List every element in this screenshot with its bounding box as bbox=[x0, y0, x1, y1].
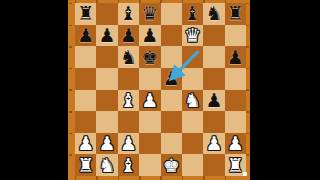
square-b6[interactable] bbox=[96, 46, 117, 68]
piece-white-bishop-c1: ♝ bbox=[120, 155, 137, 174]
square-f8[interactable]: ♝ bbox=[182, 3, 203, 25]
square-f3[interactable] bbox=[182, 111, 203, 133]
piece-white-pawn-a2: ♟ bbox=[77, 134, 94, 153]
square-b1[interactable]: ♞ bbox=[96, 154, 117, 176]
square-g2[interactable]: ♟ bbox=[203, 133, 224, 155]
square-h6[interactable]: ♟ bbox=[225, 46, 246, 68]
square-c2[interactable]: ♟ bbox=[118, 133, 139, 155]
piece-black-pawn-c7: ♟ bbox=[120, 25, 137, 44]
square-f1[interactable] bbox=[182, 154, 203, 176]
square-a8[interactable]: ♜ bbox=[75, 3, 96, 25]
square-d8[interactable]: ♛ bbox=[139, 3, 160, 25]
piece-white-queen-f7: ♛ bbox=[184, 25, 201, 44]
square-e4[interactable] bbox=[161, 90, 182, 112]
square-a3[interactable] bbox=[75, 111, 96, 133]
square-c8[interactable]: ♝ bbox=[118, 3, 139, 25]
square-g4[interactable]: ♟ bbox=[203, 90, 224, 112]
piece-black-rook-h8: ♜ bbox=[227, 4, 244, 23]
piece-black-pawn-b7: ♟ bbox=[99, 25, 116, 44]
square-g5[interactable] bbox=[203, 68, 224, 90]
square-e2[interactable] bbox=[161, 133, 182, 155]
piece-white-king-e1: ♚ bbox=[163, 155, 180, 174]
square-d3[interactable] bbox=[139, 111, 160, 133]
square-c1[interactable]: ♝ bbox=[118, 154, 139, 176]
square-a5[interactable] bbox=[75, 68, 96, 90]
square-h4[interactable] bbox=[225, 90, 246, 112]
square-f5[interactable] bbox=[182, 68, 203, 90]
square-f4[interactable]: ♞ bbox=[182, 90, 203, 112]
square-h3[interactable] bbox=[225, 111, 246, 133]
square-h2[interactable]: ♟ bbox=[225, 133, 246, 155]
square-a2[interactable]: ♟ bbox=[75, 133, 96, 155]
piece-black-pawn-h6: ♟ bbox=[227, 47, 244, 66]
piece-black-pawn-a7: ♟ bbox=[77, 25, 94, 44]
square-e8[interactable] bbox=[161, 3, 182, 25]
square-g3[interactable] bbox=[203, 111, 224, 133]
app-canvas: { "game": "chess", "position": { "fen": … bbox=[0, 0, 320, 180]
piece-black-queen-d8: ♛ bbox=[141, 4, 158, 23]
letterbox-left bbox=[0, 0, 68, 180]
square-f7[interactable]: ♛ bbox=[182, 25, 203, 47]
square-b8[interactable] bbox=[96, 3, 117, 25]
square-a1[interactable]: ♜ bbox=[75, 154, 96, 176]
square-c4[interactable]: ♝ bbox=[118, 90, 139, 112]
piece-white-bishop-c4: ♝ bbox=[120, 90, 137, 109]
piece-white-pawn-b2: ♟ bbox=[99, 134, 116, 153]
piece-black-knight-c6: ♞ bbox=[120, 47, 137, 66]
square-b4[interactable] bbox=[96, 90, 117, 112]
piece-black-pawn-g4: ♟ bbox=[205, 90, 222, 109]
square-g7[interactable] bbox=[203, 25, 224, 47]
square-d7[interactable]: ♟ bbox=[139, 25, 160, 47]
square-d2[interactable] bbox=[139, 133, 160, 155]
piece-white-pawn-d4: ♟ bbox=[141, 90, 158, 109]
piece-white-knight-b1: ♞ bbox=[99, 155, 116, 174]
square-d6[interactable]: ♚ bbox=[139, 46, 160, 68]
piece-white-rook-h1: ♜ bbox=[227, 155, 244, 174]
piece-black-pawn-d7: ♟ bbox=[141, 25, 158, 44]
piece-white-pawn-c2: ♟ bbox=[120, 134, 137, 153]
square-d4[interactable]: ♟ bbox=[139, 90, 160, 112]
piece-white-pawn-g2: ♟ bbox=[205, 134, 222, 153]
corner-dot bbox=[243, 172, 247, 176]
square-h7[interactable] bbox=[225, 25, 246, 47]
square-b2[interactable]: ♟ bbox=[96, 133, 117, 155]
piece-white-knight-f4: ♞ bbox=[184, 90, 201, 109]
square-b7[interactable]: ♟ bbox=[96, 25, 117, 47]
square-f2[interactable] bbox=[182, 133, 203, 155]
piece-black-pawn-e5: ♟ bbox=[163, 69, 180, 88]
piece-black-king-d6: ♚ bbox=[141, 47, 158, 66]
piece-black-bishop-f8: ♝ bbox=[184, 4, 201, 23]
square-a4[interactable] bbox=[75, 90, 96, 112]
square-e3[interactable] bbox=[161, 111, 182, 133]
square-d1[interactable] bbox=[139, 154, 160, 176]
square-a6[interactable] bbox=[75, 46, 96, 68]
piece-black-bishop-c8: ♝ bbox=[120, 4, 137, 23]
square-b5[interactable] bbox=[96, 68, 117, 90]
square-e1[interactable]: ♚ bbox=[161, 154, 182, 176]
letterbox-right bbox=[250, 0, 320, 180]
square-g8[interactable]: ♞ bbox=[203, 3, 224, 25]
square-g1[interactable] bbox=[203, 154, 224, 176]
square-c6[interactable]: ♞ bbox=[118, 46, 139, 68]
square-e6[interactable] bbox=[161, 46, 182, 68]
square-e5[interactable]: ♟ bbox=[161, 68, 182, 90]
square-e7[interactable] bbox=[161, 25, 182, 47]
square-c5[interactable] bbox=[118, 68, 139, 90]
piece-white-rook-a1: ♜ bbox=[77, 155, 94, 174]
square-f6[interactable] bbox=[182, 46, 203, 68]
frame-ticks-right bbox=[246, 3, 249, 176]
square-c7[interactable]: ♟ bbox=[118, 25, 139, 47]
square-h5[interactable] bbox=[225, 68, 246, 90]
square-d5[interactable] bbox=[139, 68, 160, 90]
square-h8[interactable]: ♜ bbox=[225, 3, 246, 25]
frame-ticks-left bbox=[69, 3, 72, 176]
square-a7[interactable]: ♟ bbox=[75, 25, 96, 47]
board-frame: ♜♝♛♝♞♜♟♟♟♟♛♞♚♟♟♝♟♞♟♟♟♟♟♟♜♞♝♚♜ bbox=[68, 0, 250, 180]
square-b3[interactable] bbox=[96, 111, 117, 133]
square-c3[interactable] bbox=[118, 111, 139, 133]
piece-black-rook-a8: ♜ bbox=[77, 4, 94, 23]
chessboard: ♜♝♛♝♞♜♟♟♟♟♛♞♚♟♟♝♟♞♟♟♟♟♟♟♜♞♝♚♜ bbox=[75, 3, 246, 176]
square-g6[interactable] bbox=[203, 46, 224, 68]
piece-white-pawn-h2: ♟ bbox=[227, 134, 244, 153]
piece-black-knight-g8: ♞ bbox=[205, 4, 222, 23]
frame-ticks-bottom bbox=[75, 176, 246, 180]
